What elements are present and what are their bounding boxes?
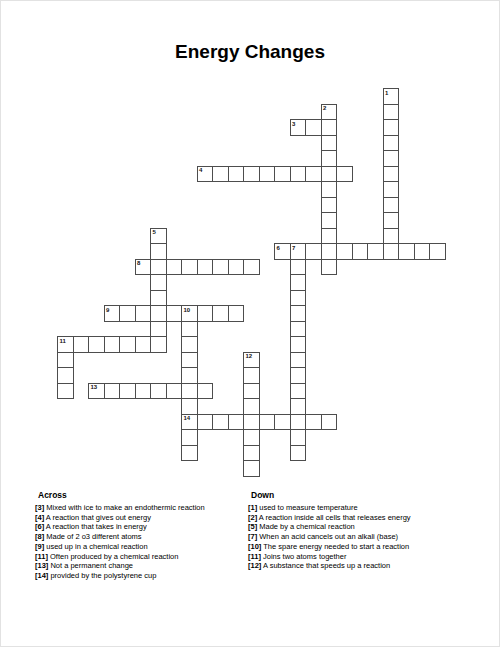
crossword-grid: 1234567891014111213 xyxy=(57,88,446,477)
grid-cell[interactable] xyxy=(212,166,229,183)
cell-number: 3 xyxy=(292,121,295,127)
grid-cell[interactable] xyxy=(212,414,229,431)
grid-cell[interactable] xyxy=(321,150,338,167)
across-clue-list: [3] Mixed with ice to make an endothermi… xyxy=(35,503,245,581)
grid-cell[interactable] xyxy=(383,197,400,214)
grid-cell[interactable]: 3 xyxy=(290,119,307,136)
grid-cell[interactable] xyxy=(290,445,307,462)
clue-number: [13] xyxy=(35,561,48,570)
clue-number: [8] xyxy=(35,532,44,541)
cell-number: 13 xyxy=(91,384,98,390)
down-clue-list: [1] used to measure temperature[2] A rea… xyxy=(248,503,483,571)
grid-cell[interactable] xyxy=(259,414,276,431)
clue-text: Mixed with ice to make an endothermic re… xyxy=(44,503,205,512)
grid-cell[interactable]: 6 xyxy=(274,243,291,260)
clue-item: [1] used to measure temperature xyxy=(248,503,483,513)
clue-item: [5] Made by a chemical reaction xyxy=(248,522,483,532)
grid-cell[interactable] xyxy=(243,445,260,462)
clue-item: [6] A reaction that takes in energy xyxy=(35,522,245,532)
worksheet-page: Energy Changes 1234567891014111213 Acros… xyxy=(0,0,500,647)
grid-cell[interactable] xyxy=(367,243,384,260)
clue-number: [9] xyxy=(35,542,44,551)
clue-item: [11] Often produced by a chemical reacti… xyxy=(35,552,245,562)
grid-cell[interactable] xyxy=(135,336,152,353)
grid-cell[interactable] xyxy=(383,166,400,183)
grid-cell[interactable]: 1 xyxy=(383,88,400,105)
grid-cell[interactable] xyxy=(243,414,260,431)
grid-cell[interactable] xyxy=(321,135,338,152)
grid-cell[interactable] xyxy=(290,352,307,369)
clue-text: Made by a chemical reaction xyxy=(257,522,355,531)
grid-cell[interactable] xyxy=(181,336,198,353)
grid-cell[interactable] xyxy=(305,243,322,260)
grid-cell[interactable] xyxy=(166,383,183,400)
grid-cell[interactable]: 12 xyxy=(243,352,260,369)
cell-number: 2 xyxy=(323,105,326,111)
grid-cell[interactable] xyxy=(398,243,415,260)
grid-cell[interactable] xyxy=(383,228,400,245)
clue-number: [14] xyxy=(35,571,48,580)
grid-cell[interactable] xyxy=(383,181,400,198)
grid-cell[interactable] xyxy=(181,352,198,369)
grid-cell[interactable] xyxy=(383,119,400,136)
clue-text: A reaction that gives out energy xyxy=(44,513,151,522)
grid-cell[interactable] xyxy=(290,367,307,384)
grid-cell[interactable] xyxy=(383,212,400,229)
grid-cell[interactable] xyxy=(321,212,338,229)
grid-cell[interactable] xyxy=(212,259,229,276)
clue-item: [4] A reaction that gives out energy xyxy=(35,513,245,523)
clue-number: [5] xyxy=(248,522,257,531)
grid-cell[interactable] xyxy=(181,321,198,338)
grid-cell[interactable] xyxy=(305,166,322,183)
grid-cell[interactable] xyxy=(336,166,353,183)
cell-number: 10 xyxy=(184,307,191,313)
grid-cell[interactable] xyxy=(414,243,431,260)
clue-number: [1] xyxy=(248,503,257,512)
grid-cell[interactable] xyxy=(181,367,198,384)
grid-cell[interactable] xyxy=(383,135,400,152)
grid-cell[interactable] xyxy=(150,383,167,400)
grid-cell[interactable] xyxy=(321,166,338,183)
grid-cell[interactable] xyxy=(181,259,198,276)
grid-cell[interactable] xyxy=(383,104,400,121)
grid-cell[interactable] xyxy=(290,383,307,400)
grid-cell[interactable] xyxy=(57,352,74,369)
clue-number: [2] xyxy=(248,513,257,522)
grid-cell[interactable]: 10 xyxy=(181,305,198,322)
grid-cell[interactable] xyxy=(119,383,136,400)
clue-text: A reaction that takes in energy xyxy=(44,522,147,531)
clue-text: used to measure temperature xyxy=(257,503,357,512)
clue-item: [12] A substance that speeds up a reacti… xyxy=(248,561,483,571)
grid-cell[interactable]: 8 xyxy=(135,259,152,276)
grid-cell[interactable] xyxy=(290,321,307,338)
clue-text: Joins two atoms together xyxy=(261,552,346,561)
grid-cell[interactable] xyxy=(290,259,307,276)
grid-cell[interactable] xyxy=(352,243,369,260)
grid-cell[interactable] xyxy=(228,166,245,183)
clue-text: used up in a chemical reaction xyxy=(44,542,147,551)
grid-cell[interactable] xyxy=(197,305,214,322)
clue-number: [7] xyxy=(248,532,257,541)
grid-cell[interactable] xyxy=(181,383,198,400)
clue-text: Not a permanent change xyxy=(48,561,133,570)
puzzle-title: Energy Changes xyxy=(1,41,499,63)
clue-item: [11] Joins two atoms together xyxy=(248,552,483,562)
down-header: Down xyxy=(251,490,483,500)
cell-number: 12 xyxy=(246,353,253,359)
grid-cell[interactable] xyxy=(321,414,338,431)
grid-cell[interactable] xyxy=(119,305,136,322)
grid-cell[interactable] xyxy=(104,336,121,353)
grid-cell[interactable] xyxy=(104,383,121,400)
grid-cell[interactable] xyxy=(290,274,307,291)
grid-cell[interactable] xyxy=(228,414,245,431)
clue-number: [12] xyxy=(248,561,261,570)
grid-cell[interactable] xyxy=(243,367,260,384)
cell-number: 1 xyxy=(385,90,388,96)
grid-cell[interactable] xyxy=(228,259,245,276)
grid-cell[interactable] xyxy=(305,414,322,431)
cell-number: 4 xyxy=(199,167,202,173)
grid-cell[interactable] xyxy=(274,166,291,183)
grid-cell[interactable] xyxy=(166,259,183,276)
grid-cell[interactable] xyxy=(73,336,90,353)
down-clues-section: Down [1] used to measure temperature[2] … xyxy=(248,490,483,571)
grid-cell[interactable] xyxy=(197,414,214,431)
grid-cell[interactable]: 7 xyxy=(290,243,307,260)
cell-number: 14 xyxy=(184,415,191,421)
grid-cell[interactable] xyxy=(383,150,400,167)
grid-cell[interactable] xyxy=(274,414,291,431)
grid-cell[interactable] xyxy=(150,321,167,338)
grid-cell[interactable] xyxy=(181,445,198,462)
clue-text: provided by the polystyrene cup xyxy=(48,571,156,580)
clue-number: [3] xyxy=(35,503,44,512)
grid-cell[interactable] xyxy=(305,119,322,136)
grid-cell[interactable]: 9 xyxy=(104,305,121,322)
grid-cell[interactable] xyxy=(166,305,183,322)
grid-cell[interactable] xyxy=(150,243,167,260)
grid-cell[interactable] xyxy=(57,367,74,384)
grid-cell[interactable] xyxy=(290,305,307,322)
grid-cell[interactable] xyxy=(290,290,307,307)
grid-cell[interactable] xyxy=(321,243,338,260)
grid-cell[interactable] xyxy=(321,259,338,276)
clue-number: [4] xyxy=(35,513,44,522)
grid-cell[interactable] xyxy=(290,414,307,431)
grid-cell[interactable] xyxy=(243,460,260,477)
clue-text: When an acid cancels out an alkali (base… xyxy=(257,532,398,541)
grid-cell[interactable] xyxy=(197,383,214,400)
grid-cell[interactable] xyxy=(290,429,307,446)
grid-cell[interactable] xyxy=(259,166,276,183)
clue-text: Made of 2 o3 different atoms xyxy=(44,532,141,541)
grid-cell[interactable] xyxy=(321,181,338,198)
grid-cell[interactable] xyxy=(88,336,105,353)
grid-cell[interactable] xyxy=(243,429,260,446)
cell-number: 7 xyxy=(292,245,295,251)
grid-cell[interactable] xyxy=(150,305,167,322)
grid-cell[interactable] xyxy=(336,243,353,260)
grid-cell[interactable]: 4 xyxy=(197,166,214,183)
clue-item: [2] A reaction inside all cells that rel… xyxy=(248,513,483,523)
grid-cell[interactable] xyxy=(290,166,307,183)
cell-number: 6 xyxy=(277,245,280,251)
grid-cell[interactable]: 14 xyxy=(181,414,198,431)
grid-cell[interactable] xyxy=(197,259,214,276)
clue-number: [11] xyxy=(248,552,261,561)
grid-cell[interactable]: 5 xyxy=(150,228,167,245)
grid-cell[interactable] xyxy=(212,305,229,322)
clue-item: [7] When an acid cancels out an alkali (… xyxy=(248,532,483,542)
grid-cell[interactable]: 11 xyxy=(57,336,74,353)
grid-cell[interactable] xyxy=(181,398,198,415)
grid-cell[interactable] xyxy=(290,398,307,415)
grid-cell[interactable] xyxy=(150,290,167,307)
clue-text: A reaction inside all cells that release… xyxy=(257,513,410,522)
grid-cell[interactable]: 13 xyxy=(88,383,105,400)
clue-text: Often produced by a chemical reaction xyxy=(48,552,179,561)
grid-cell[interactable] xyxy=(181,429,198,446)
grid-cell[interactable] xyxy=(228,305,245,322)
grid-cell[interactable] xyxy=(290,336,307,353)
grid-cell[interactable] xyxy=(243,398,260,415)
grid-cell[interactable] xyxy=(321,228,338,245)
grid-cell[interactable] xyxy=(150,274,167,291)
clue-item: [10] The spare energy needed to start a … xyxy=(248,542,483,552)
grid-cell[interactable]: 2 xyxy=(321,104,338,121)
clue-item: [14] provided by the polystyrene cup xyxy=(35,571,245,581)
clue-text: The spare energy needed to start a react… xyxy=(261,542,409,551)
grid-cell[interactable] xyxy=(135,305,152,322)
grid-cell[interactable] xyxy=(150,336,167,353)
grid-cell[interactable] xyxy=(135,383,152,400)
grid-cell[interactable] xyxy=(243,166,260,183)
clue-item: [13] Not a permanent change xyxy=(35,561,245,571)
grid-cell[interactable] xyxy=(150,259,167,276)
cell-number: 9 xyxy=(106,307,109,313)
clue-item: [9] used up in a chemical reaction xyxy=(35,542,245,552)
grid-cell[interactable] xyxy=(57,383,74,400)
across-clues-section: Across [3] Mixed with ice to make an end… xyxy=(35,490,245,581)
grid-cell[interactable] xyxy=(429,243,446,260)
cell-number: 5 xyxy=(153,229,156,235)
clue-number: [10] xyxy=(248,542,261,551)
grid-cell[interactable] xyxy=(243,383,260,400)
cell-number: 8 xyxy=(137,260,140,266)
grid-cell[interactable] xyxy=(321,197,338,214)
grid-cell[interactable] xyxy=(383,243,400,260)
across-header: Across xyxy=(38,490,245,500)
grid-cell[interactable] xyxy=(119,336,136,353)
grid-cell[interactable] xyxy=(321,119,338,136)
clue-item: [8] Made of 2 o3 different atoms xyxy=(35,532,245,542)
clue-text: A substance that speeds up a reaction xyxy=(261,561,390,570)
grid-cell[interactable] xyxy=(243,259,260,276)
clue-number: [6] xyxy=(35,522,44,531)
cell-number: 11 xyxy=(60,338,66,344)
clue-number: [11] xyxy=(35,552,48,561)
clue-item: [3] Mixed with ice to make an endothermi… xyxy=(35,503,245,513)
